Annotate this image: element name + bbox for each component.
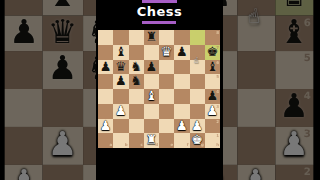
rank-label: 2 — [304, 166, 311, 176]
square-f8[interactable] — [174, 30, 189, 45]
rank-label: 4 — [216, 90, 219, 94]
square-a4 — [5, 89, 44, 126]
square-b6: ♛ — [43, 14, 82, 51]
file-label: b — [125, 143, 128, 147]
piece-white-bishop[interactable]: ♝ — [146, 89, 158, 104]
video-title: Chess — [96, 3, 223, 20]
square-a4[interactable] — [98, 89, 113, 104]
square-a6[interactable]: ♟ — [98, 60, 113, 75]
square-h8[interactable]: 8 — [205, 30, 220, 45]
square-g1[interactable]: ♚g — [190, 133, 205, 148]
square-g3 — [236, 126, 275, 163]
file-label: h — [216, 143, 219, 147]
square-b8[interactable] — [113, 30, 128, 45]
square-e3[interactable] — [159, 104, 174, 119]
square-g4[interactable] — [190, 89, 205, 104]
piece-black-king: ♚ — [279, 0, 308, 14]
square-d6[interactable]: ♟ — [144, 60, 159, 75]
square-g4 — [236, 89, 275, 126]
square-c3[interactable] — [129, 104, 144, 119]
square-g2[interactable]: ♟ — [190, 119, 205, 134]
square-h3: ♟3 — [275, 126, 314, 163]
square-e6[interactable] — [159, 60, 174, 75]
piece-black-knight[interactable]: ♞ — [130, 74, 142, 89]
piece-white-pawn: ♟ — [241, 164, 270, 180]
square-f2[interactable]: ♟ — [174, 119, 189, 134]
square-f5[interactable] — [174, 74, 189, 89]
square-e2[interactable] — [159, 119, 174, 134]
file-label: g — [201, 143, 204, 147]
square-g7[interactable] — [190, 45, 205, 60]
square-b2 — [43, 164, 82, 180]
square-c2[interactable] — [129, 119, 144, 134]
square-f3[interactable] — [174, 104, 189, 119]
piece-black-bishop[interactable]: ♝ — [115, 45, 127, 60]
square-h6: ♝6 — [275, 14, 314, 51]
square-f6[interactable] — [174, 60, 189, 75]
file-label: a — [110, 143, 113, 147]
piece-black-pawn[interactable]: ♟ — [115, 74, 127, 89]
piece-white-pawn[interactable]: ♟ — [115, 104, 127, 119]
square-h2: 2 — [275, 164, 314, 180]
square-g5 — [236, 52, 275, 89]
square-e8[interactable] — [159, 30, 174, 45]
square-c1[interactable]: c — [129, 133, 144, 148]
square-e1[interactable]: e — [159, 133, 174, 148]
piece-black-pawn[interactable]: ♟ — [176, 45, 188, 60]
square-b7[interactable]: ♝ — [113, 45, 128, 60]
square-h5: 5 — [275, 52, 314, 89]
title-accent-bar-bottom — [142, 21, 176, 24]
file-label: f — [187, 143, 189, 147]
square-b6[interactable]: ♛ — [113, 60, 128, 75]
square-d1[interactable]: ♜d — [144, 133, 159, 148]
piece-black-rook[interactable]: ♜ — [146, 30, 158, 45]
file-label: d — [155, 143, 158, 147]
piece-white-pawn[interactable]: ♟ — [191, 119, 203, 134]
square-g5[interactable] — [190, 74, 205, 89]
square-a8[interactable] — [98, 30, 113, 45]
rank-label: 5 — [304, 54, 311, 64]
square-a5[interactable] — [98, 74, 113, 89]
square-a3 — [5, 126, 44, 163]
square-h3[interactable]: ♟3 — [205, 104, 220, 119]
square-g8[interactable] — [190, 30, 205, 45]
piece-white-pawn: ♟ — [9, 164, 38, 180]
rank-label: 2 — [216, 120, 219, 124]
piece-black-queen[interactable]: ♛ — [115, 60, 127, 75]
square-h2[interactable]: 2 — [205, 119, 220, 134]
square-c5[interactable]: ♞ — [129, 74, 144, 89]
square-b4[interactable] — [113, 89, 128, 104]
square-a1[interactable]: a — [98, 133, 113, 148]
rank-label: 6 — [304, 17, 311, 27]
piece-black-knight[interactable]: ♞ — [130, 60, 142, 75]
square-a2[interactable]: ♟ — [98, 119, 113, 134]
square-d5[interactable] — [144, 74, 159, 89]
piece-white-queen[interactable]: ♛ — [161, 45, 173, 60]
square-e7[interactable]: ♛ — [159, 45, 174, 60]
square-g6[interactable] — [190, 60, 205, 75]
square-b4 — [43, 89, 82, 126]
square-c7[interactable] — [129, 45, 144, 60]
square-b3: ♟ — [43, 126, 82, 163]
square-h7: ♚7 — [275, 0, 314, 14]
piece-black-pawn[interactable]: ♟ — [146, 60, 158, 75]
square-c8[interactable] — [129, 30, 144, 45]
piece-black-bishop: ♝ — [48, 0, 77, 14]
square-c6[interactable]: ♞ — [129, 60, 144, 75]
square-d7[interactable] — [144, 45, 159, 60]
square-g2: ♟ — [236, 164, 275, 180]
file-label: c — [140, 143, 142, 147]
piece-black-pawn: ♟ — [9, 14, 38, 51]
rank-label: 4 — [304, 92, 311, 102]
square-b1[interactable]: b — [113, 133, 128, 148]
square-h1[interactable]: 1h — [205, 133, 220, 148]
square-a6: ♟ — [5, 14, 44, 51]
square-a7 — [5, 0, 44, 14]
rank-label: 1 — [216, 134, 219, 138]
piece-white-pawn: ♟ — [48, 126, 77, 163]
rank-label: 3 — [216, 105, 219, 109]
rank-label: 3 — [304, 129, 311, 139]
square-f7[interactable]: ♟ — [174, 45, 189, 60]
square-g6 — [236, 14, 275, 51]
chess-board[interactable]: ♜8♝♛♟♚7♟♛♞♟♝6♟♞5♝♟4♟♟3♟♟♟2abc♜def♚g1h☝ — [98, 30, 220, 148]
square-h4: ♟4 — [275, 89, 314, 126]
square-d8[interactable]: ♜ — [144, 30, 159, 45]
rank-label: 8 — [216, 31, 219, 35]
piece-black-queen: ♛ — [48, 14, 77, 51]
square-b5[interactable]: ♟ — [113, 74, 128, 89]
square-c4[interactable] — [129, 89, 144, 104]
square-e5[interactable] — [159, 74, 174, 89]
rank-label: 5 — [216, 75, 219, 79]
square-b5: ♟ — [43, 52, 82, 89]
rank-label: 6 — [216, 61, 219, 65]
square-b7: ♝ — [43, 0, 82, 14]
square-b3[interactable]: ♟ — [113, 104, 128, 119]
square-f1[interactable]: f — [174, 133, 189, 148]
piece-white-pawn[interactable]: ♟ — [176, 119, 188, 134]
square-h5[interactable]: 5 — [205, 74, 220, 89]
square-a7[interactable] — [98, 45, 113, 60]
rank-label: 7 — [216, 46, 219, 50]
square-b2[interactable] — [113, 119, 128, 134]
square-d4[interactable]: ♝ — [144, 89, 159, 104]
square-f4[interactable] — [174, 89, 189, 104]
square-h4[interactable]: ♟4 — [205, 89, 220, 104]
square-a2: ♟ — [5, 164, 44, 180]
square-h6[interactable]: ♝6 — [205, 60, 220, 75]
video-frame: ♜8♝♛♟♚7♟♛♞♟♝6♟♞5♝♟4♟♟3♟♟♟2abc♜def♚g1h☝ C… — [0, 0, 320, 180]
square-g3[interactable] — [190, 104, 205, 119]
square-d2[interactable] — [144, 119, 159, 134]
square-d3[interactable] — [144, 104, 159, 119]
file-label: e — [171, 143, 174, 147]
square-a5 — [5, 52, 44, 89]
square-e4[interactable] — [159, 89, 174, 104]
square-h7[interactable]: ♚7 — [205, 45, 220, 60]
piece-black-pawn[interactable]: ♟ — [100, 60, 112, 75]
piece-white-pawn[interactable]: ♟ — [100, 119, 112, 134]
square-g7 — [236, 0, 275, 14]
piece-black-pawn: ♟ — [48, 52, 77, 89]
square-a3[interactable] — [98, 104, 113, 119]
